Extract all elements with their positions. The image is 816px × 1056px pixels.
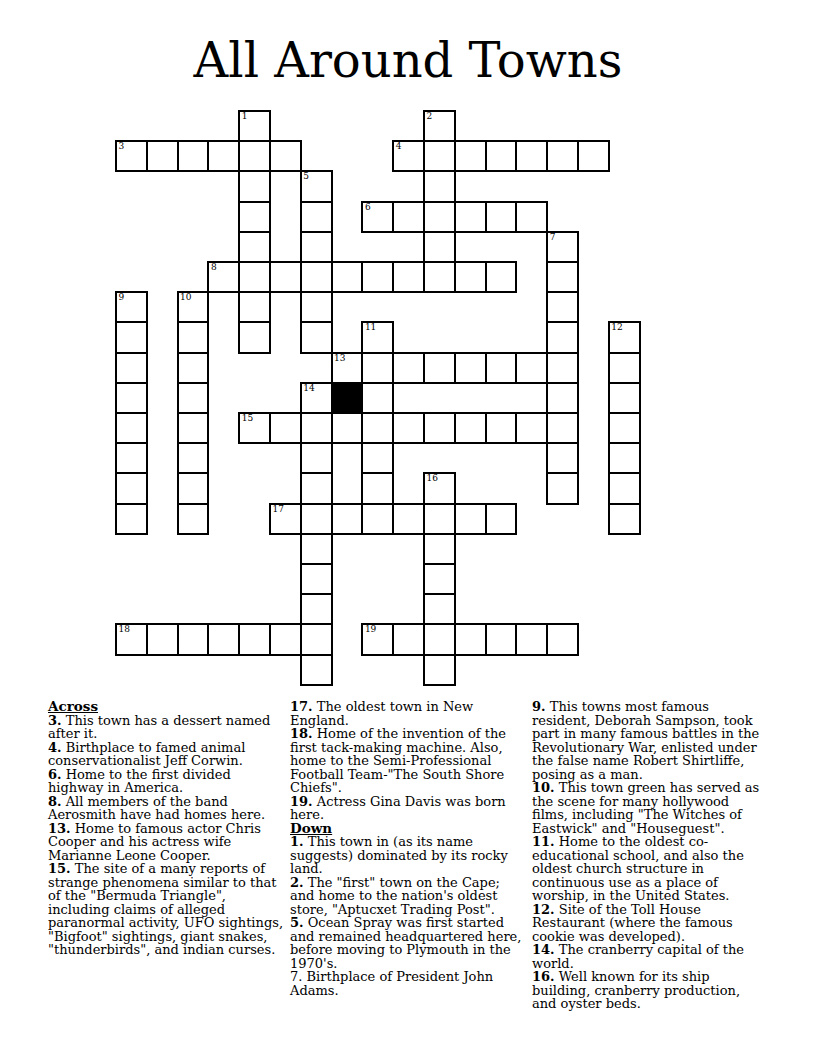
grid-cell[interactable] — [300, 321, 333, 353]
clue-number: 9. — [532, 699, 546, 714]
grid-cell[interactable] — [485, 412, 518, 444]
grid-cell[interactable]: 12 — [608, 321, 641, 353]
grid-cell[interactable] — [423, 623, 456, 655]
grid-cell[interactable] — [546, 623, 579, 655]
grid-cell[interactable] — [608, 472, 641, 504]
grid-cell[interactable] — [546, 442, 579, 474]
clue-number: 4. — [48, 740, 62, 755]
cell-number: 16 — [427, 473, 438, 484]
cell-number: 2 — [427, 111, 433, 122]
grid-cell[interactable] — [392, 201, 425, 233]
clue-number: 18. — [290, 726, 313, 741]
clue-3: 3. This town has a dessert named after i… — [48, 714, 284, 741]
grid-cell[interactable] — [115, 382, 148, 414]
grid-cell[interactable] — [300, 623, 333, 655]
clue-18: 18. Home of the invention of the first t… — [290, 727, 526, 795]
clue-number: 12. — [532, 902, 555, 917]
grid-cell[interactable] — [361, 352, 394, 384]
grid-cell[interactable] — [331, 261, 364, 293]
grid-cell[interactable] — [423, 654, 456, 686]
grid-cell[interactable] — [177, 382, 210, 414]
clue-12: 12. Site of the Toll House Restaurant (w… — [532, 903, 768, 944]
grid-cell[interactable] — [454, 623, 487, 655]
grid-cell[interactable] — [392, 623, 425, 655]
grid-cell[interactable] — [423, 231, 456, 263]
grid-cell[interactable] — [485, 503, 518, 535]
grid-cell[interactable]: 11 — [361, 321, 394, 353]
grid-cell[interactable] — [485, 261, 518, 293]
grid-cell[interactable]: 2 — [423, 110, 456, 142]
grid-cell[interactable] — [485, 623, 518, 655]
grid-cell[interactable] — [146, 623, 179, 655]
grid-cell[interactable] — [423, 533, 456, 565]
grid-cell[interactable]: 15 — [238, 412, 271, 444]
grid-cell[interactable]: 6 — [361, 201, 394, 233]
grid-cell[interactable] — [238, 201, 271, 233]
grid-cell[interactable] — [115, 442, 148, 474]
grid-cell[interactable] — [331, 412, 364, 444]
grid-cell[interactable] — [485, 352, 518, 384]
clue-number: 17. — [290, 699, 313, 714]
grid-cell[interactable] — [423, 140, 456, 172]
grid-cell[interactable] — [608, 503, 641, 535]
clue-column-1: Across3. This town has a dessert named a… — [48, 700, 284, 1011]
grid-cell[interactable] — [608, 412, 641, 444]
grid-cell[interactable] — [608, 382, 641, 414]
clue-number: 13. — [48, 821, 71, 836]
clue-number: 19. — [290, 794, 313, 809]
grid-cell[interactable]: 9 — [115, 291, 148, 323]
grid-cell[interactable] — [454, 412, 487, 444]
cell-number: 4 — [396, 141, 402, 152]
clue-4: 4. Birthplace to famed animal conservati… — [48, 741, 284, 768]
grid-cell[interactable] — [423, 412, 456, 444]
grid-cell[interactable] — [361, 382, 394, 414]
clue-number: 5. — [290, 915, 304, 930]
clue-column-2: 17. The oldest town in New England.18. H… — [290, 700, 526, 1011]
grid-cell[interactable] — [177, 472, 210, 504]
grid-cell[interactable] — [361, 472, 394, 504]
grid-cell[interactable] — [515, 201, 548, 233]
clue-number: 6. — [48, 767, 62, 782]
grid-cell[interactable] — [546, 291, 579, 323]
clue-11: 11. Home to the oldest co-educational sc… — [532, 835, 768, 903]
grid-cell[interactable] — [238, 261, 271, 293]
grid-cell[interactable] — [207, 623, 240, 655]
clue-8: 8. All members of the band Aerosmith hav… — [48, 795, 284, 822]
clue-number: 1. — [290, 834, 304, 849]
grid-cell[interactable] — [146, 140, 179, 172]
grid-cell[interactable] — [238, 140, 271, 172]
clue-column-3: 9. This towns most famous resident, Debo… — [532, 700, 768, 1011]
grid-cell[interactable]: 7 — [546, 231, 579, 263]
grid-cell[interactable] — [454, 201, 487, 233]
cell-number: 11 — [365, 322, 376, 333]
cell-number: 5 — [303, 171, 309, 182]
grid-cell[interactable] — [423, 170, 456, 202]
grid-cell[interactable] — [300, 291, 333, 323]
clue-15: 15. The site of a many reports of strang… — [48, 862, 284, 957]
grid-cell[interactable] — [115, 412, 148, 444]
grid-cell[interactable] — [423, 261, 456, 293]
grid-cell[interactable] — [238, 291, 271, 323]
grid-cell[interactable] — [392, 503, 425, 535]
grid-cell[interactable] — [269, 140, 302, 172]
grid-cell[interactable] — [269, 412, 302, 444]
cell-number: 12 — [611, 322, 622, 333]
grid-cell[interactable] — [177, 321, 210, 353]
grid-cell[interactable] — [177, 442, 210, 474]
cell-number: 13 — [334, 353, 345, 364]
grid-cell[interactable] — [546, 412, 579, 444]
grid-cell[interactable] — [300, 231, 333, 263]
grid-cell[interactable] — [392, 352, 425, 384]
grid-cell[interactable] — [546, 382, 579, 414]
clue-number: 16. — [532, 969, 555, 984]
clue-19: 19. Actress Gina Davis was born here. — [290, 795, 526, 822]
grid-cell[interactable] — [546, 472, 579, 504]
grid-cell[interactable] — [454, 352, 487, 384]
clue-7: 7. Birthplace of President John Adams. — [290, 970, 526, 997]
clue-1: 1. This town in (as its name suggests) d… — [290, 835, 526, 876]
clue-16: 16. Well known for its ship building, cr… — [532, 970, 768, 1011]
grid-cell[interactable] — [238, 321, 271, 353]
cell-number: 15 — [242, 413, 253, 424]
grid-cell[interactable] — [423, 593, 456, 625]
down-header: Down — [290, 822, 526, 836]
grid-cell[interactable] — [300, 412, 333, 444]
grid-cell[interactable] — [361, 503, 394, 535]
clue-number: 14. — [532, 942, 555, 957]
across-header: Across — [48, 700, 284, 714]
clue-number: 11. — [532, 834, 555, 849]
grid-cell[interactable] — [454, 140, 487, 172]
clue-17: 17. The oldest town in New England. — [290, 700, 526, 727]
grid-cell[interactable] — [177, 140, 210, 172]
grid-cell[interactable] — [546, 261, 579, 293]
grid-cell[interactable]: 18 — [115, 623, 148, 655]
cell-number: 8 — [211, 262, 217, 273]
grid-cell[interactable] — [115, 472, 148, 504]
grid-cell[interactable] — [546, 321, 579, 353]
clue-9: 9. This towns most famous resident, Debo… — [532, 700, 768, 781]
grid-cell[interactable] — [300, 654, 333, 686]
grid-cell[interactable] — [392, 261, 425, 293]
cell-number: 10 — [180, 292, 191, 303]
clue-10: 10. This town green has served as the sc… — [532, 781, 768, 835]
grid-cell[interactable] — [331, 503, 364, 535]
grid-cell[interactable] — [300, 563, 333, 595]
grid-cell[interactable] — [207, 140, 240, 172]
clue-number: 2. — [290, 875, 304, 890]
grid-cell[interactable] — [177, 412, 210, 444]
grid-cell[interactable] — [577, 140, 610, 172]
grid-cell[interactable] — [423, 563, 456, 595]
grid-cell[interactable] — [177, 623, 210, 655]
page: All Around Towns 12345678910111213141516… — [0, 0, 816, 1056]
grid-cell[interactable] — [423, 201, 456, 233]
clue-13: 13. Home to famous actor Chris Cooper an… — [48, 822, 284, 863]
grid-cell[interactable] — [454, 261, 487, 293]
clue-number: 15. — [48, 861, 71, 876]
grid-cell[interactable] — [300, 503, 333, 535]
grid-cell[interactable] — [115, 321, 148, 353]
cell-number: 6 — [365, 202, 371, 213]
grid-cell[interactable]: 17 — [269, 503, 302, 535]
grid-cell[interactable] — [300, 533, 333, 565]
grid-cell[interactable] — [485, 140, 518, 172]
grid-cell[interactable] — [608, 442, 641, 474]
cell-number: 9 — [119, 292, 125, 303]
grid-cell[interactable]: 4 — [392, 140, 425, 172]
grid-cell[interactable]: 14 — [300, 382, 333, 414]
black-cell — [331, 382, 364, 414]
grid-cell[interactable] — [300, 593, 333, 625]
crossword-grid: 12345678910111213141516171819 — [115, 110, 641, 686]
clue-number: 8. — [48, 794, 62, 809]
grid-cell[interactable] — [454, 503, 487, 535]
cell-number: 1 — [242, 111, 248, 122]
grid-cell[interactable]: 5 — [300, 170, 333, 202]
grid-cell[interactable] — [361, 261, 394, 293]
puzzle-title: All Around Towns — [0, 32, 816, 88]
grid-cell[interactable]: 10 — [177, 291, 210, 323]
grid-cell[interactable] — [115, 503, 148, 535]
grid-cell[interactable] — [515, 412, 548, 444]
grid-cell[interactable] — [269, 261, 302, 293]
clue-number: 10. — [532, 780, 555, 795]
clue-14: 14. The cranberry capital of the world. — [532, 943, 768, 970]
clue-2: 2. The "first" town on the Cape; and hom… — [290, 876, 526, 917]
clue-number: 3. — [48, 713, 62, 728]
cell-number: 3 — [119, 141, 125, 152]
cell-number: 18 — [119, 624, 130, 635]
clue-list: Across3. This town has a dessert named a… — [48, 700, 768, 1011]
grid-cell[interactable] — [238, 231, 271, 263]
cell-number: 7 — [550, 232, 556, 243]
grid-cell[interactable] — [546, 352, 579, 384]
grid-cell[interactable] — [361, 442, 394, 474]
grid-cell[interactable] — [423, 503, 456, 535]
grid-cell[interactable] — [300, 201, 333, 233]
grid-cell[interactable] — [485, 201, 518, 233]
grid-cell[interactable] — [115, 352, 148, 384]
cell-number: 17 — [273, 504, 284, 515]
grid-cell[interactable] — [515, 140, 548, 172]
grid-cell[interactable] — [177, 352, 210, 384]
grid-cell[interactable]: 1 — [238, 110, 271, 142]
grid-cell[interactable] — [515, 352, 548, 384]
grid-cell[interactable] — [546, 140, 579, 172]
grid-cell[interactable] — [300, 442, 333, 474]
grid-cell[interactable]: 8 — [207, 261, 240, 293]
clue-5: 5. Ocean Spray was first started and rem… — [290, 916, 526, 970]
clue-6: 6. Home to the first divided highway in … — [48, 768, 284, 795]
grid-cell[interactable] — [238, 623, 271, 655]
cell-number: 19 — [365, 624, 376, 635]
grid-cell[interactable] — [515, 623, 548, 655]
grid-cell[interactable]: 16 — [423, 472, 456, 504]
grid-cell[interactable]: 13 — [331, 352, 364, 384]
grid-cell[interactable] — [177, 503, 210, 535]
cell-number: 14 — [303, 383, 314, 394]
grid-cell[interactable] — [300, 472, 333, 504]
grid-cell[interactable] — [423, 352, 456, 384]
grid-cell[interactable] — [392, 412, 425, 444]
grid-cell[interactable] — [269, 623, 302, 655]
grid-cell[interactable] — [608, 352, 641, 384]
grid-cell[interactable] — [361, 412, 394, 444]
grid-cell[interactable]: 19 — [361, 623, 394, 655]
grid-cell[interactable] — [238, 170, 271, 202]
grid-cell[interactable] — [300, 261, 333, 293]
clue-number: 7. — [290, 969, 302, 984]
grid-cell[interactable]: 3 — [115, 140, 148, 172]
